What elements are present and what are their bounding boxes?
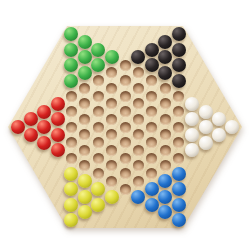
peg-yellow[interactable] [64, 213, 78, 227]
peg-green[interactable] [78, 66, 92, 80]
peg-green[interactable] [91, 58, 105, 72]
peg-blue[interactable] [158, 190, 172, 204]
peg-yellow[interactable] [64, 198, 78, 212]
peg-black[interactable] [172, 43, 186, 57]
peg-green[interactable] [64, 74, 78, 88]
chinese-checkers-photo [0, 0, 250, 250]
peg-red[interactable] [51, 112, 65, 126]
peg-blue[interactable] [172, 182, 186, 196]
peg-black[interactable] [131, 50, 145, 64]
peg-yellow[interactable] [78, 205, 92, 219]
peg-black[interactable] [158, 50, 172, 64]
peg-white[interactable] [212, 128, 226, 142]
peg-blue[interactable] [145, 198, 159, 212]
peg-black[interactable] [158, 35, 172, 49]
peg-white[interactable] [212, 112, 226, 126]
peg-white[interactable] [199, 136, 213, 150]
peg-black[interactable] [172, 27, 186, 41]
peg-red[interactable] [37, 105, 51, 119]
peg-green[interactable] [91, 43, 105, 57]
peg-yellow[interactable] [91, 182, 105, 196]
peg-yellow[interactable] [64, 182, 78, 196]
peg-blue[interactable] [145, 182, 159, 196]
peg-yellow[interactable] [105, 190, 119, 204]
peg-red[interactable] [24, 112, 38, 126]
peg-yellow[interactable] [91, 198, 105, 212]
peg-black[interactable] [158, 66, 172, 80]
peg-red[interactable] [24, 128, 38, 142]
peg-blue[interactable] [172, 213, 186, 227]
peg-blue[interactable] [158, 205, 172, 219]
peg-black[interactable] [145, 58, 159, 72]
peg-blue[interactable] [131, 190, 145, 204]
peg-white[interactable] [185, 97, 199, 111]
peg-red[interactable] [37, 120, 51, 134]
peg-white[interactable] [185, 128, 199, 142]
peg-yellow[interactable] [78, 174, 92, 188]
peg-white[interactable] [185, 112, 199, 126]
peg-white[interactable] [225, 120, 239, 134]
peg-green[interactable] [64, 58, 78, 72]
peg-green[interactable] [78, 50, 92, 64]
peg-green[interactable] [78, 35, 92, 49]
peg-red[interactable] [11, 120, 25, 134]
peg-layer [0, 0, 250, 250]
peg-red[interactable] [37, 136, 51, 150]
peg-black[interactable] [172, 58, 186, 72]
peg-white[interactable] [199, 120, 213, 134]
peg-yellow[interactable] [78, 190, 92, 204]
peg-white[interactable] [199, 105, 213, 119]
peg-green[interactable] [105, 50, 119, 64]
peg-black[interactable] [172, 74, 186, 88]
peg-red[interactable] [51, 143, 65, 157]
peg-red[interactable] [51, 97, 65, 111]
peg-red[interactable] [51, 128, 65, 142]
peg-black[interactable] [145, 43, 159, 57]
peg-white[interactable] [185, 143, 199, 157]
peg-blue[interactable] [172, 167, 186, 181]
peg-green[interactable] [64, 27, 78, 41]
peg-blue[interactable] [158, 174, 172, 188]
peg-yellow[interactable] [64, 167, 78, 181]
peg-blue[interactable] [172, 198, 186, 212]
peg-green[interactable] [64, 43, 78, 57]
